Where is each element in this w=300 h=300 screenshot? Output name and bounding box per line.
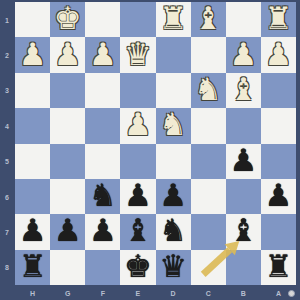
square-c6[interactable] — [191, 179, 226, 214]
square-g7[interactable]: ♟ — [50, 214, 85, 249]
piece-black-rook-a8[interactable]: ♜ — [265, 251, 293, 282]
square-e6[interactable]: ♟ — [120, 179, 155, 214]
piece-white-pawn-h2[interactable]: ♟ — [19, 39, 47, 70]
square-a1[interactable]: ♜ — [261, 2, 296, 37]
piece-black-knight-f6[interactable]: ♞ — [89, 180, 117, 211]
square-d8[interactable]: ♛ — [156, 250, 191, 285]
file-label-g: G — [65, 290, 70, 297]
file-label-f: F — [101, 290, 105, 297]
piece-white-knight-c3[interactable]: ♞ — [194, 74, 222, 105]
piece-white-pawn-a2[interactable]: ♟ — [265, 39, 293, 70]
piece-black-pawn-g7[interactable]: ♟ — [54, 215, 82, 246]
square-f3[interactable] — [85, 73, 120, 108]
square-h7[interactable]: ♟ — [15, 214, 50, 249]
square-a6[interactable]: ♟ — [261, 179, 296, 214]
square-f2[interactable]: ♟ — [85, 37, 120, 72]
file-label-h: H — [30, 290, 35, 297]
square-b7[interactable]: ♝ — [226, 214, 261, 249]
square-f1[interactable] — [85, 2, 120, 37]
rank-label-5: 5 — [5, 158, 9, 165]
square-d3[interactable] — [156, 73, 191, 108]
file-label-a: A — [276, 290, 281, 297]
piece-black-knight-d7[interactable]: ♞ — [159, 215, 187, 246]
square-g1[interactable]: ♚ — [50, 2, 85, 37]
square-d5[interactable] — [156, 144, 191, 179]
square-b6[interactable] — [226, 179, 261, 214]
square-e4[interactable]: ♟ — [120, 108, 155, 143]
square-a2[interactable]: ♟ — [261, 37, 296, 72]
square-d2[interactable] — [156, 37, 191, 72]
rank-label-3: 3 — [5, 87, 9, 94]
square-d4[interactable]: ♞ — [156, 108, 191, 143]
square-b4[interactable] — [226, 108, 261, 143]
piece-white-bishop-b3[interactable]: ♝ — [229, 74, 257, 105]
piece-black-pawn-d6[interactable]: ♟ — [159, 180, 187, 211]
square-c3[interactable]: ♞ — [191, 73, 226, 108]
rank-label-7: 7 — [5, 228, 9, 235]
square-b5[interactable]: ♟ — [226, 144, 261, 179]
piece-white-pawn-f2[interactable]: ♟ — [89, 39, 117, 70]
rank-label-8: 8 — [5, 264, 9, 271]
square-f4[interactable] — [85, 108, 120, 143]
rank-label-2: 2 — [5, 52, 9, 59]
square-a5[interactable] — [261, 144, 296, 179]
square-f5[interactable] — [85, 144, 120, 179]
square-h8[interactable]: ♜ — [15, 250, 50, 285]
rank-label-1: 1 — [5, 16, 9, 23]
square-d7[interactable]: ♞ — [156, 214, 191, 249]
square-e8[interactable]: ♚ — [120, 250, 155, 285]
square-h4[interactable] — [15, 108, 50, 143]
square-e3[interactable] — [120, 73, 155, 108]
square-a8[interactable]: ♜ — [261, 250, 296, 285]
square-c1[interactable]: ♝ — [191, 2, 226, 37]
chess-diagram: ♚♜♝♜♟♟♟♛♟♟♞♝♟♞♟♞♟♟♟♟♟♟♝♞♝♜♚♛♜ 12345678HG… — [0, 0, 300, 300]
square-e5[interactable] — [120, 144, 155, 179]
square-c8[interactable] — [191, 250, 226, 285]
square-g3[interactable] — [50, 73, 85, 108]
square-e2[interactable]: ♛ — [120, 37, 155, 72]
square-e7[interactable]: ♝ — [120, 214, 155, 249]
square-c2[interactable] — [191, 37, 226, 72]
piece-black-pawn-h7[interactable]: ♟ — [19, 215, 47, 246]
square-h3[interactable] — [15, 73, 50, 108]
rank-label-4: 4 — [5, 122, 9, 129]
piece-black-bishop-e7[interactable]: ♝ — [124, 215, 152, 246]
square-e1[interactable] — [120, 2, 155, 37]
piece-white-pawn-e4[interactable]: ♟ — [124, 109, 152, 140]
piece-white-bishop-c1[interactable]: ♝ — [194, 3, 222, 34]
square-b1[interactable] — [226, 2, 261, 37]
square-g6[interactable] — [50, 179, 85, 214]
piece-white-pawn-b2[interactable]: ♟ — [229, 39, 257, 70]
square-a3[interactable] — [261, 73, 296, 108]
chess-board[interactable]: ♚♜♝♜♟♟♟♛♟♟♞♝♟♞♟♞♟♟♟♟♟♟♝♞♝♜♚♛♜ — [15, 2, 296, 285]
square-f7[interactable]: ♟ — [85, 214, 120, 249]
square-h2[interactable]: ♟ — [15, 37, 50, 72]
file-label-c: C — [206, 290, 211, 297]
piece-black-queen-d8[interactable]: ♛ — [159, 251, 187, 282]
piece-black-bishop-b7[interactable]: ♝ — [229, 215, 257, 246]
square-c7[interactable] — [191, 214, 226, 249]
piece-white-rook-d1[interactable]: ♜ — [159, 3, 187, 34]
file-label-b: B — [241, 290, 246, 297]
square-c4[interactable] — [191, 108, 226, 143]
square-g4[interactable] — [50, 108, 85, 143]
square-h5[interactable] — [15, 144, 50, 179]
square-b2[interactable]: ♟ — [226, 37, 261, 72]
piece-black-rook-h8[interactable]: ♜ — [19, 251, 47, 282]
square-f8[interactable] — [85, 250, 120, 285]
square-d6[interactable]: ♟ — [156, 179, 191, 214]
piece-black-pawn-a6[interactable]: ♟ — [265, 180, 293, 211]
turn-indicator-dot — [288, 290, 295, 297]
rank-label-6: 6 — [5, 193, 9, 200]
piece-white-pawn-g2[interactable]: ♟ — [54, 39, 82, 70]
piece-black-pawn-f7[interactable]: ♟ — [89, 215, 117, 246]
piece-white-rook-a1[interactable]: ♜ — [265, 3, 293, 34]
file-label-e: E — [136, 290, 141, 297]
square-g2[interactable]: ♟ — [50, 37, 85, 72]
piece-black-king-e8[interactable]: ♚ — [124, 251, 152, 282]
square-g5[interactable] — [50, 144, 85, 179]
square-d1[interactable]: ♜ — [156, 2, 191, 37]
square-a7[interactable] — [261, 214, 296, 249]
piece-white-king-g1[interactable]: ♚ — [54, 3, 82, 34]
square-h1[interactable] — [15, 2, 50, 37]
piece-white-queen-e2[interactable]: ♛ — [124, 39, 152, 70]
piece-black-pawn-e6[interactable]: ♟ — [124, 180, 152, 211]
square-f6[interactable]: ♞ — [85, 179, 120, 214]
square-g8[interactable] — [50, 250, 85, 285]
square-a4[interactable] — [261, 108, 296, 143]
piece-black-pawn-b5[interactable]: ♟ — [229, 145, 257, 176]
square-b3[interactable]: ♝ — [226, 73, 261, 108]
piece-white-knight-d4[interactable]: ♞ — [159, 109, 187, 140]
square-b8[interactable] — [226, 250, 261, 285]
square-c5[interactable] — [191, 144, 226, 179]
file-label-d: D — [171, 290, 176, 297]
square-h6[interactable] — [15, 179, 50, 214]
